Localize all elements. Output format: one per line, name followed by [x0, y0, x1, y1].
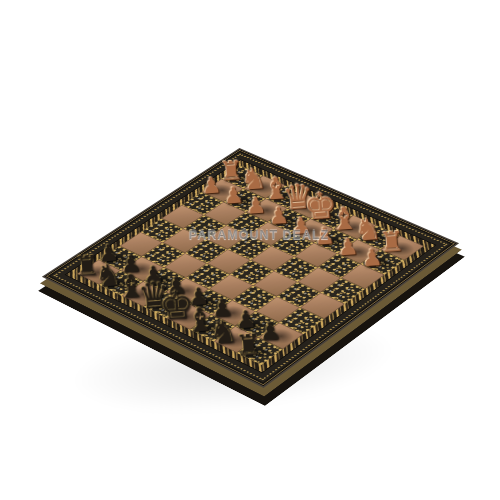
board-frame: ♜♞♝♛♚♝♞♜♟♟♟♟♟♟♟♟♟♟♟♟♟♟♟♟♜♞♝♛♚♝♞♜: [42, 148, 459, 388]
piece-black-rook: ♜: [235, 331, 262, 360]
piece-copper-pawn: ♟: [201, 175, 222, 197]
watermark: PARAMOUNT DEALZ: [178, 228, 340, 242]
perspective-container: ♜♞♝♛♚♝♞♜♟♟♟♟♟♟♟♟♟♟♟♟♟♟♟♟♜♞♝♛♚♝♞♜: [93, 102, 409, 418]
piece-black-pawn: ♟: [258, 320, 281, 344]
piece-copper-pawn: ♟: [337, 236, 359, 259]
chess-board: ♜♞♝♛♚♝♞♜♟♟♟♟♟♟♟♟♟♟♟♟♟♟♟♟♜♞♝♛♚♝♞♜: [42, 148, 459, 388]
piece-copper-pawn: ♟: [223, 185, 244, 208]
piece-copper-pawn: ♟: [268, 205, 290, 228]
mosaic-border: ♜♞♝♛♚♝♞♜♟♟♟♟♟♟♟♟♟♟♟♟♟♟♟♟♜♞♝♛♚♝♞♜: [64, 159, 436, 373]
piece-copper-pawn: ♟: [361, 246, 383, 269]
square-g4: [297, 267, 341, 292]
piece-copper-pawn: ♟: [245, 195, 267, 218]
product-photo-stage: ♜♞♝♛♚♝♞♜♟♟♟♟♟♟♟♟♟♟♟♟♟♟♟♟♜♞♝♛♚♝♞♜ PARAMOU…: [0, 0, 500, 500]
board-scene: ♜♞♝♛♚♝♞♜♟♟♟♟♟♟♟♟♟♟♟♟♟♟♟♟♜♞♝♛♚♝♞♜: [0, 0, 500, 500]
